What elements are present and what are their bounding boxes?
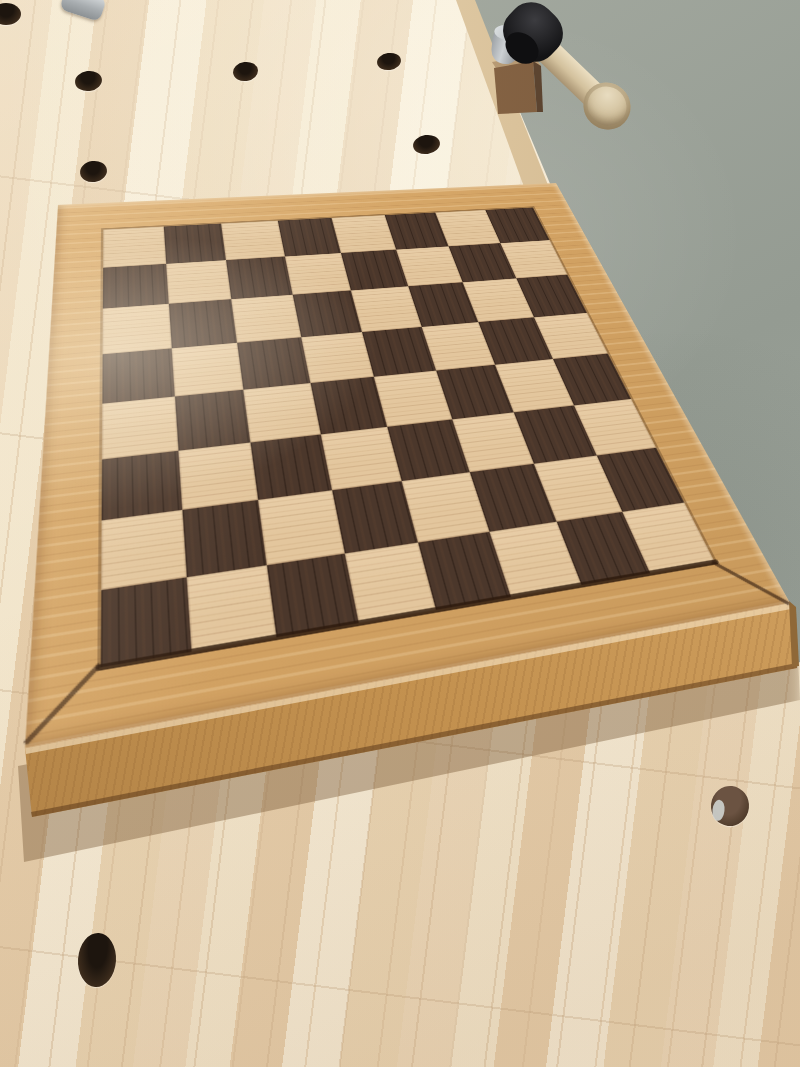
- square-c7: [226, 256, 292, 299]
- square-c4: [243, 383, 320, 442]
- square-c8: [221, 221, 284, 260]
- square-b8: [163, 224, 226, 264]
- square-a8: [103, 227, 165, 268]
- square-b7: [166, 260, 232, 304]
- square-a3: [102, 450, 182, 520]
- square-d8: [277, 218, 341, 256]
- square-b4: [174, 390, 250, 451]
- square-a4: [102, 397, 178, 459]
- workshop-photo: [0, 0, 800, 1067]
- square-c3: [250, 434, 331, 500]
- square-a5: [102, 348, 174, 404]
- square-b6: [168, 299, 237, 348]
- square-a6: [103, 304, 171, 354]
- square-c6: [231, 295, 300, 343]
- square-d6: [292, 290, 362, 336]
- square-b5: [171, 342, 243, 396]
- lid-seam-left: [23, 663, 102, 745]
- square-d5: [301, 332, 374, 383]
- square-a7: [103, 264, 168, 309]
- square-c5: [237, 337, 310, 390]
- square-b3: [178, 442, 258, 510]
- square-d7: [284, 253, 351, 295]
- square-c2: [258, 490, 344, 564]
- square-b2: [182, 500, 267, 577]
